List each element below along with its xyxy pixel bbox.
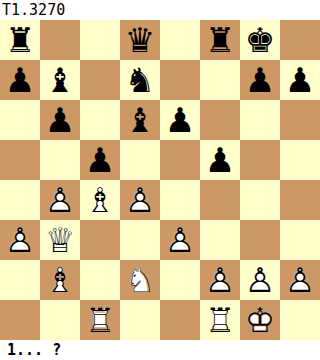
square-c5[interactable]: ♟	[80, 140, 120, 180]
piece-white-pawn: ♟♙	[120, 180, 160, 220]
piece-white-queen: ♛♕	[40, 220, 80, 260]
move-prompt: 1... ?	[0, 340, 320, 360]
square-h1[interactable]	[280, 300, 320, 340]
square-g8[interactable]: ♚	[240, 20, 280, 60]
piece-black-rook: ♜	[0, 20, 40, 60]
square-c8[interactable]	[80, 20, 120, 60]
square-a1[interactable]	[0, 300, 40, 340]
piece-black-king: ♚	[240, 20, 280, 60]
square-g3[interactable]	[240, 220, 280, 260]
piece-black-pawn: ♟	[200, 140, 240, 180]
white-king-outline: ♔	[240, 300, 280, 340]
white-rook-outline: ♖	[200, 300, 240, 340]
piece-white-pawn: ♟♙	[200, 260, 240, 300]
piece-white-rook: ♜♖	[200, 300, 240, 340]
square-f6[interactable]	[200, 100, 240, 140]
square-g5[interactable]	[240, 140, 280, 180]
square-a5[interactable]	[0, 140, 40, 180]
square-f1[interactable]: ♜♖	[200, 300, 240, 340]
square-e8[interactable]	[160, 20, 200, 60]
square-a4[interactable]	[0, 180, 40, 220]
square-b6[interactable]: ♟	[40, 100, 80, 140]
square-c4[interactable]: ♝♗	[80, 180, 120, 220]
square-c7[interactable]	[80, 60, 120, 100]
square-c1[interactable]: ♜♖	[80, 300, 120, 340]
piece-white-pawn: ♟♙	[240, 260, 280, 300]
piece-white-rook: ♜♖	[80, 300, 120, 340]
square-e1[interactable]	[160, 300, 200, 340]
square-f8[interactable]: ♜	[200, 20, 240, 60]
square-d7[interactable]: ♞	[120, 60, 160, 100]
square-a3[interactable]: ♟♙	[0, 220, 40, 260]
square-e7[interactable]	[160, 60, 200, 100]
piece-black-pawn: ♟	[40, 100, 80, 140]
white-queen-outline: ♕	[40, 220, 80, 260]
piece-black-bishop: ♝	[40, 60, 80, 100]
square-g7[interactable]: ♟	[240, 60, 280, 100]
piece-black-pawn: ♟	[240, 60, 280, 100]
white-pawn-outline: ♙	[160, 220, 200, 260]
square-h7[interactable]: ♟	[280, 60, 320, 100]
square-f2[interactable]: ♟♙	[200, 260, 240, 300]
white-pawn-outline: ♙	[120, 180, 160, 220]
piece-black-pawn: ♟	[160, 100, 200, 140]
square-g6[interactable]	[240, 100, 280, 140]
square-g1[interactable]: ♚♔	[240, 300, 280, 340]
square-a8[interactable]: ♜	[0, 20, 40, 60]
piece-white-bishop: ♝♗	[40, 260, 80, 300]
square-d5[interactable]	[120, 140, 160, 180]
square-h6[interactable]	[280, 100, 320, 140]
white-bishop-outline: ♗	[40, 260, 80, 300]
piece-black-rook: ♜	[200, 20, 240, 60]
square-d8[interactable]: ♛	[120, 20, 160, 60]
white-bishop-outline: ♗	[80, 180, 120, 220]
square-f5[interactable]: ♟	[200, 140, 240, 180]
piece-white-pawn: ♟♙	[0, 220, 40, 260]
white-pawn-outline: ♙	[40, 180, 80, 220]
square-d3[interactable]	[120, 220, 160, 260]
square-h8[interactable]	[280, 20, 320, 60]
square-d1[interactable]	[120, 300, 160, 340]
puzzle-id: T1.3270	[0, 0, 320, 20]
square-b8[interactable]	[40, 20, 80, 60]
square-h5[interactable]	[280, 140, 320, 180]
piece-white-pawn: ♟♙	[40, 180, 80, 220]
square-h2[interactable]: ♟♙	[280, 260, 320, 300]
piece-white-king: ♚♔	[240, 300, 280, 340]
square-a7[interactable]: ♟	[0, 60, 40, 100]
piece-black-pawn: ♟	[0, 60, 40, 100]
square-e5[interactable]	[160, 140, 200, 180]
square-b2[interactable]: ♝♗	[40, 260, 80, 300]
square-f3[interactable]	[200, 220, 240, 260]
square-c2[interactable]	[80, 260, 120, 300]
white-pawn-outline: ♙	[280, 260, 320, 300]
square-d4[interactable]: ♟♙	[120, 180, 160, 220]
white-pawn-outline: ♙	[240, 260, 280, 300]
square-c6[interactable]	[80, 100, 120, 140]
square-g4[interactable]	[240, 180, 280, 220]
square-g2[interactable]: ♟♙	[240, 260, 280, 300]
square-b7[interactable]: ♝	[40, 60, 80, 100]
piece-black-pawn: ♟	[280, 60, 320, 100]
square-b3[interactable]: ♛♕	[40, 220, 80, 260]
white-pawn-outline: ♙	[200, 260, 240, 300]
square-b1[interactable]	[40, 300, 80, 340]
square-h3[interactable]	[280, 220, 320, 260]
chess-board: ♜♛♜♚♟♝♞♟♟♟♝♟♟♟♟♙♝♗♟♙♟♙♛♕♟♙♝♗♞♘♟♙♟♙♟♙♜♖♜♖…	[0, 20, 320, 340]
square-e2[interactable]	[160, 260, 200, 300]
square-e6[interactable]: ♟	[160, 100, 200, 140]
square-e3[interactable]: ♟♙	[160, 220, 200, 260]
square-b5[interactable]	[40, 140, 80, 180]
piece-black-bishop: ♝	[120, 100, 160, 140]
piece-white-pawn: ♟♙	[160, 220, 200, 260]
piece-white-knight: ♞♘	[120, 260, 160, 300]
square-c3[interactable]	[80, 220, 120, 260]
square-d6[interactable]: ♝	[120, 100, 160, 140]
square-d2[interactable]: ♞♘	[120, 260, 160, 300]
white-knight-outline: ♘	[120, 260, 160, 300]
square-f4[interactable]	[200, 180, 240, 220]
square-e4[interactable]	[160, 180, 200, 220]
piece-black-knight: ♞	[120, 60, 160, 100]
square-a2[interactable]	[0, 260, 40, 300]
square-f7[interactable]	[200, 60, 240, 100]
square-b4[interactable]: ♟♙	[40, 180, 80, 220]
square-h4[interactable]	[280, 180, 320, 220]
white-rook-outline: ♖	[80, 300, 120, 340]
piece-white-bishop: ♝♗	[80, 180, 120, 220]
piece-black-pawn: ♟	[80, 140, 120, 180]
piece-white-pawn: ♟♙	[280, 260, 320, 300]
white-pawn-outline: ♙	[0, 220, 40, 260]
square-a6[interactable]	[0, 100, 40, 140]
piece-black-queen: ♛	[120, 20, 160, 60]
